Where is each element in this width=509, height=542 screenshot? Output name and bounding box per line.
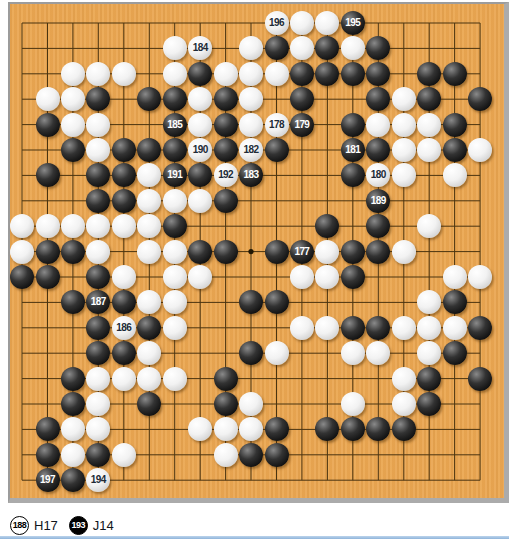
stone-C17 xyxy=(61,62,85,86)
stone-R14 xyxy=(417,138,441,162)
stone-M9 xyxy=(290,265,314,289)
stone-S9 xyxy=(443,265,467,289)
stone-S14 xyxy=(443,138,467,162)
stone-number-label: 196 xyxy=(269,18,284,28)
stone-L18 xyxy=(265,36,289,60)
stone-J14 xyxy=(214,138,238,162)
stone-L6 xyxy=(265,341,289,365)
stone-H9 xyxy=(188,265,212,289)
stone-B1: 197 xyxy=(36,468,60,492)
stone-D7 xyxy=(86,316,110,340)
stone-E5 xyxy=(112,367,136,391)
stone-B9 xyxy=(36,265,60,289)
stone-H10 xyxy=(188,240,212,264)
stone-number-label: 181 xyxy=(345,145,360,155)
stone-number-label: 182 xyxy=(244,145,259,155)
stone-F10 xyxy=(137,240,161,264)
stone-H14: 190 xyxy=(188,138,212,162)
stone-O9 xyxy=(341,265,365,289)
stone-O10 xyxy=(341,240,365,264)
caption-point-label-188: H17 xyxy=(34,518,58,533)
stone-S17 xyxy=(443,62,467,86)
stone-O17 xyxy=(341,62,365,86)
stone-number-label: 195 xyxy=(345,18,360,28)
stone-J3 xyxy=(214,417,238,441)
stone-G12 xyxy=(163,189,187,213)
stone-J16 xyxy=(214,87,238,111)
caption-stone-193: 193 xyxy=(69,516,88,535)
stone-B13 xyxy=(36,163,60,187)
stone-F12 xyxy=(137,189,161,213)
stone-Q14 xyxy=(392,138,416,162)
stone-E9 xyxy=(112,265,136,289)
stone-C2 xyxy=(61,443,85,467)
stone-L17 xyxy=(265,62,289,86)
stone-C1 xyxy=(61,468,85,492)
caption: 188 H17 193 J14 xyxy=(10,514,120,536)
stone-D17 xyxy=(86,62,110,86)
stone-Q7 xyxy=(392,316,416,340)
stone-O14: 181 xyxy=(341,138,365,162)
stone-T14 xyxy=(468,138,492,162)
stone-J5 xyxy=(214,367,238,391)
stone-B15 xyxy=(36,113,60,137)
stone-P10 xyxy=(366,240,390,264)
stone-C10 xyxy=(61,240,85,264)
stone-D15 xyxy=(86,113,110,137)
stone-L3 xyxy=(265,417,289,441)
stone-J17 xyxy=(214,62,238,86)
stone-R7 xyxy=(417,316,441,340)
stone-G16 xyxy=(163,87,187,111)
stone-R15 xyxy=(417,113,441,137)
stone-number-label: 186 xyxy=(116,323,131,333)
stone-Q15 xyxy=(392,113,416,137)
stone-Q16 xyxy=(392,87,416,111)
stone-L15: 178 xyxy=(265,113,289,137)
stone-M10: 177 xyxy=(290,240,314,264)
stone-number-label: 197 xyxy=(40,475,55,485)
stone-E11 xyxy=(112,214,136,238)
star-point xyxy=(248,249,253,254)
stone-J10 xyxy=(214,240,238,264)
stone-number-label: 177 xyxy=(294,247,309,257)
stone-L10 xyxy=(265,240,289,264)
stone-L2 xyxy=(265,443,289,467)
stone-E6 xyxy=(112,341,136,365)
stone-C5 xyxy=(61,367,85,391)
stone-E17 xyxy=(112,62,136,86)
stone-O6 xyxy=(341,341,365,365)
stone-O7 xyxy=(341,316,365,340)
stone-number-label: 192 xyxy=(218,170,233,180)
stone-G8 xyxy=(163,290,187,314)
stone-J13: 192 xyxy=(214,163,238,187)
stone-J15 xyxy=(214,113,238,137)
stone-S13 xyxy=(443,163,467,187)
stone-number-label: 180 xyxy=(371,170,386,180)
stone-O4 xyxy=(341,392,365,416)
stone-D10 xyxy=(86,240,110,264)
stone-G14 xyxy=(163,138,187,162)
stone-Q5 xyxy=(392,367,416,391)
stone-Q10 xyxy=(392,240,416,264)
stone-P17 xyxy=(366,62,390,86)
stone-Q4 xyxy=(392,392,416,416)
stone-G10 xyxy=(163,240,187,264)
stone-O19: 195 xyxy=(341,11,365,35)
stone-number-label: 183 xyxy=(244,170,259,180)
stone-G11 xyxy=(163,214,187,238)
stone-number-label: 185 xyxy=(167,120,182,130)
stone-number-label: 179 xyxy=(294,120,309,130)
stone-B16 xyxy=(36,87,60,111)
stone-R5 xyxy=(417,367,441,391)
stone-T9 xyxy=(468,265,492,289)
stone-K15 xyxy=(239,113,263,137)
stone-J2 xyxy=(214,443,238,467)
stone-M15: 179 xyxy=(290,113,314,137)
stone-F7 xyxy=(137,316,161,340)
stone-number-label: 189 xyxy=(371,196,386,206)
stone-E7: 186 xyxy=(112,316,136,340)
stone-number-label: 191 xyxy=(167,170,182,180)
stone-K4 xyxy=(239,392,263,416)
stone-N10 xyxy=(315,240,339,264)
stone-number-label: 184 xyxy=(193,43,208,53)
stone-M19 xyxy=(290,11,314,35)
stone-K6 xyxy=(239,341,263,365)
stone-A10 xyxy=(10,240,34,264)
stone-number-label: 194 xyxy=(91,475,106,485)
stone-D2 xyxy=(86,443,110,467)
stone-T5 xyxy=(468,367,492,391)
stone-number-label: 187 xyxy=(91,297,106,307)
stone-C11 xyxy=(61,214,85,238)
stone-J12 xyxy=(214,189,238,213)
stone-P7 xyxy=(366,316,390,340)
stone-H12 xyxy=(188,189,212,213)
stone-G7 xyxy=(163,316,187,340)
go-board-frame: 1961951841851781791901821811911921831801… xyxy=(8,2,509,503)
stone-G13: 191 xyxy=(163,163,187,187)
go-board[interactable]: 1961951841851781791901821811911921831801… xyxy=(10,4,504,498)
stone-B10 xyxy=(36,240,60,264)
stone-L8 xyxy=(265,290,289,314)
stone-H15 xyxy=(188,113,212,137)
stone-M7 xyxy=(290,316,314,340)
stone-G9 xyxy=(163,265,187,289)
stone-number-label: 190 xyxy=(193,145,208,155)
stone-S8 xyxy=(443,290,467,314)
stone-G18 xyxy=(163,36,187,60)
stone-K17 xyxy=(239,62,263,86)
bottom-divider-line xyxy=(0,536,509,539)
caption-point-label-193: J14 xyxy=(93,518,114,533)
stone-S6 xyxy=(443,341,467,365)
stone-D5 xyxy=(86,367,110,391)
stone-A9 xyxy=(10,265,34,289)
stone-number-label: 178 xyxy=(269,120,284,130)
stone-G17 xyxy=(163,62,187,86)
stone-H17 xyxy=(188,62,212,86)
stone-O15 xyxy=(341,113,365,137)
stone-L14 xyxy=(265,138,289,162)
stone-T7 xyxy=(468,316,492,340)
stone-E14 xyxy=(112,138,136,162)
stone-K14: 182 xyxy=(239,138,263,162)
stone-B11 xyxy=(36,214,60,238)
stone-C16 xyxy=(61,87,85,111)
stone-P15 xyxy=(366,113,390,137)
stone-R17 xyxy=(417,62,441,86)
stone-E12 xyxy=(112,189,136,213)
stone-S7 xyxy=(443,316,467,340)
stone-C14 xyxy=(61,138,85,162)
stone-D12 xyxy=(86,189,110,213)
stone-G5 xyxy=(163,367,187,391)
stone-P12: 189 xyxy=(366,189,390,213)
stone-G15: 185 xyxy=(163,113,187,137)
stone-J4 xyxy=(214,392,238,416)
stone-K16 xyxy=(239,87,263,111)
stone-C15 xyxy=(61,113,85,137)
stone-R4 xyxy=(417,392,441,416)
stone-M17 xyxy=(290,62,314,86)
stone-L19: 196 xyxy=(265,11,289,35)
stone-A11 xyxy=(10,214,34,238)
stone-B3 xyxy=(36,417,60,441)
caption-stone-188: 188 xyxy=(10,516,29,535)
stone-K2 xyxy=(239,443,263,467)
stone-M16 xyxy=(290,87,314,111)
stone-S15 xyxy=(443,113,467,137)
stone-F5 xyxy=(137,367,161,391)
stone-E2 xyxy=(112,443,136,467)
stone-C4 xyxy=(61,392,85,416)
stone-B2 xyxy=(36,443,60,467)
